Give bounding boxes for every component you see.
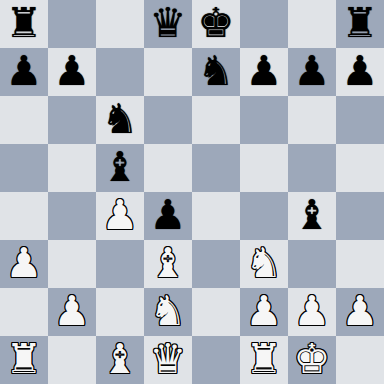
- square-c1[interactable]: ♝: [96, 336, 144, 384]
- black-pawn-icon[interactable]: ♟: [6, 48, 43, 95]
- white-queen-icon[interactable]: ♛: [150, 336, 187, 383]
- square-h2[interactable]: ♟: [336, 288, 384, 336]
- square-g1[interactable]: ♚: [288, 336, 336, 384]
- square-a7[interactable]: ♟: [0, 48, 48, 96]
- square-e4[interactable]: [192, 192, 240, 240]
- black-bishop-icon[interactable]: ♝: [294, 192, 331, 239]
- black-knight-icon[interactable]: ♞: [102, 96, 139, 143]
- square-g2[interactable]: ♟: [288, 288, 336, 336]
- white-knight-icon[interactable]: ♞: [150, 288, 187, 335]
- square-f4[interactable]: [240, 192, 288, 240]
- square-a6[interactable]: [0, 96, 48, 144]
- white-pawn-icon[interactable]: ♟: [6, 240, 43, 287]
- square-e7[interactable]: ♞: [192, 48, 240, 96]
- black-pawn-icon[interactable]: ♟: [54, 48, 91, 95]
- square-g3[interactable]: [288, 240, 336, 288]
- square-a2[interactable]: [0, 288, 48, 336]
- square-c6[interactable]: ♞: [96, 96, 144, 144]
- black-pawn-icon[interactable]: ♟: [150, 192, 187, 239]
- square-f7[interactable]: ♟: [240, 48, 288, 96]
- square-f6[interactable]: [240, 96, 288, 144]
- square-c2[interactable]: [96, 288, 144, 336]
- black-rook-icon[interactable]: ♜: [6, 0, 43, 47]
- square-a8[interactable]: ♜: [0, 0, 48, 48]
- square-b4[interactable]: [48, 192, 96, 240]
- square-h1[interactable]: [336, 336, 384, 384]
- square-d5[interactable]: [144, 144, 192, 192]
- square-g8[interactable]: [288, 0, 336, 48]
- square-g4[interactable]: ♝: [288, 192, 336, 240]
- square-d8[interactable]: ♛: [144, 0, 192, 48]
- white-pawn-icon[interactable]: ♟: [102, 192, 139, 239]
- square-g5[interactable]: [288, 144, 336, 192]
- square-b5[interactable]: [48, 144, 96, 192]
- square-b7[interactable]: ♟: [48, 48, 96, 96]
- square-a1[interactable]: ♜: [0, 336, 48, 384]
- square-c5[interactable]: ♝: [96, 144, 144, 192]
- square-c4[interactable]: ♟: [96, 192, 144, 240]
- black-pawn-icon[interactable]: ♟: [246, 48, 283, 95]
- white-pawn-icon[interactable]: ♟: [342, 288, 379, 335]
- square-f3[interactable]: ♞: [240, 240, 288, 288]
- square-e1[interactable]: [192, 336, 240, 384]
- square-a3[interactable]: ♟: [0, 240, 48, 288]
- square-a5[interactable]: [0, 144, 48, 192]
- square-c7[interactable]: [96, 48, 144, 96]
- square-f1[interactable]: ♜: [240, 336, 288, 384]
- square-b3[interactable]: [48, 240, 96, 288]
- black-pawn-icon[interactable]: ♟: [342, 48, 379, 95]
- square-a4[interactable]: [0, 192, 48, 240]
- square-d7[interactable]: [144, 48, 192, 96]
- square-h8[interactable]: ♜: [336, 0, 384, 48]
- black-rook-icon[interactable]: ♜: [342, 0, 379, 47]
- white-rook-icon[interactable]: ♜: [246, 336, 283, 383]
- square-h4[interactable]: [336, 192, 384, 240]
- black-queen-icon[interactable]: ♛: [150, 0, 187, 47]
- square-d2[interactable]: ♞: [144, 288, 192, 336]
- square-b2[interactable]: ♟: [48, 288, 96, 336]
- white-pawn-icon[interactable]: ♟: [54, 288, 91, 335]
- white-rook-icon[interactable]: ♜: [6, 336, 43, 383]
- square-c3[interactable]: [96, 240, 144, 288]
- black-bishop-icon[interactable]: ♝: [102, 144, 139, 191]
- white-bishop-icon[interactable]: ♝: [150, 240, 187, 287]
- square-b6[interactable]: [48, 96, 96, 144]
- square-g6[interactable]: [288, 96, 336, 144]
- black-king-icon[interactable]: ♚: [198, 0, 235, 47]
- white-knight-icon[interactable]: ♞: [246, 240, 283, 287]
- white-king-icon[interactable]: ♚: [294, 336, 331, 383]
- square-e6[interactable]: [192, 96, 240, 144]
- square-e5[interactable]: [192, 144, 240, 192]
- square-e8[interactable]: ♚: [192, 0, 240, 48]
- square-d1[interactable]: ♛: [144, 336, 192, 384]
- square-e2[interactable]: [192, 288, 240, 336]
- square-e3[interactable]: [192, 240, 240, 288]
- square-d6[interactable]: [144, 96, 192, 144]
- black-pawn-icon[interactable]: ♟: [294, 48, 331, 95]
- square-d3[interactable]: ♝: [144, 240, 192, 288]
- square-f8[interactable]: [240, 0, 288, 48]
- white-pawn-icon[interactable]: ♟: [294, 288, 331, 335]
- chess-board: ♜♛♚♜♟♟♞♟♟♟♞♝♟♟♝♟♝♞♟♞♟♟♟♜♝♛♜♚: [0, 0, 384, 384]
- black-knight-icon[interactable]: ♞: [198, 48, 235, 95]
- square-b1[interactable]: [48, 336, 96, 384]
- square-h7[interactable]: ♟: [336, 48, 384, 96]
- square-c8[interactable]: [96, 0, 144, 48]
- square-d4[interactable]: ♟: [144, 192, 192, 240]
- white-pawn-icon[interactable]: ♟: [246, 288, 283, 335]
- square-f2[interactable]: ♟: [240, 288, 288, 336]
- square-g7[interactable]: ♟: [288, 48, 336, 96]
- square-h6[interactable]: [336, 96, 384, 144]
- square-h5[interactable]: [336, 144, 384, 192]
- square-b8[interactable]: [48, 0, 96, 48]
- square-h3[interactable]: [336, 240, 384, 288]
- square-f5[interactable]: [240, 144, 288, 192]
- white-bishop-icon[interactable]: ♝: [102, 336, 139, 383]
